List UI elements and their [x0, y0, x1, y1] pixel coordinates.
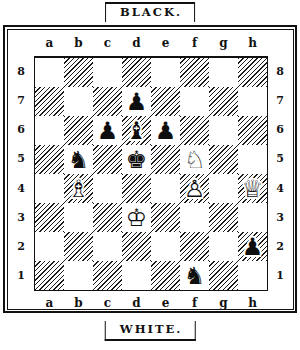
- square-d4[interactable]: [122, 174, 151, 203]
- piece-white-pawn[interactable]: ♟♙: [180, 174, 209, 203]
- square-c2[interactable]: [93, 232, 122, 261]
- rank-label-8-left: 8: [10, 57, 32, 86]
- piece-black-king[interactable]: ♚♚: [122, 145, 151, 174]
- square-f7[interactable]: [180, 87, 209, 116]
- square-e6[interactable]: ♟♟: [151, 116, 180, 145]
- square-g3[interactable]: [209, 203, 238, 232]
- square-b6[interactable]: [64, 116, 93, 145]
- square-c5[interactable]: [93, 145, 122, 174]
- square-b8[interactable]: [64, 58, 93, 87]
- square-h5[interactable]: [238, 145, 267, 174]
- chess-diagram-page: BLACK. abcdefgh 87654321 ♟♟♟♟♝♝♟♟♞♞♚♚♞♘♝…: [0, 0, 300, 350]
- rank-label-1-right: 1: [269, 261, 291, 290]
- piece-black-knight[interactable]: ♞♞: [64, 145, 93, 174]
- rank-label-1-left: 1: [10, 261, 32, 290]
- file-label-g-bottom: g: [209, 293, 238, 313]
- piece-glyph: ♝: [122, 116, 151, 145]
- piece-glyph: ♙: [180, 174, 209, 203]
- square-a3[interactable]: [35, 203, 64, 232]
- square-e5[interactable]: [151, 145, 180, 174]
- square-c1[interactable]: [93, 261, 122, 290]
- piece-glyph: ♔: [122, 203, 151, 232]
- rank-labels-left: 87654321: [10, 57, 32, 290]
- square-a2[interactable]: [35, 232, 64, 261]
- square-d1[interactable]: [122, 261, 151, 290]
- piece-black-pawn[interactable]: ♟♟: [122, 87, 151, 116]
- black-side-label-text: BLACK.: [120, 5, 182, 19]
- square-g1[interactable]: [209, 261, 238, 290]
- square-f5[interactable]: ♞♘: [180, 145, 209, 174]
- piece-black-bishop[interactable]: ♝♝: [122, 116, 151, 145]
- square-b1[interactable]: [64, 261, 93, 290]
- piece-glyph: ♟: [238, 232, 267, 261]
- piece-white-bishop[interactable]: ♝♗: [64, 174, 93, 203]
- rank-labels-right: 87654321: [269, 57, 291, 290]
- rank-label-3-right: 3: [269, 203, 291, 232]
- piece-glyph: ♕: [238, 174, 267, 203]
- square-c3[interactable]: [93, 203, 122, 232]
- file-label-b-bottom: b: [64, 293, 93, 313]
- piece-glyph: ♚: [122, 145, 151, 174]
- rank-label-8-right: 8: [269, 57, 291, 86]
- rank-label-6-right: 6: [269, 115, 291, 144]
- file-label-e-top: e: [151, 33, 180, 53]
- file-label-d-top: d: [122, 33, 151, 53]
- square-e7[interactable]: [151, 87, 180, 116]
- square-a8[interactable]: [35, 58, 64, 87]
- file-labels-bottom: abcdefgh: [35, 293, 267, 313]
- piece-glyph: ♟: [122, 87, 151, 116]
- square-d6[interactable]: ♝♝: [122, 116, 151, 145]
- square-f1[interactable]: ♞♞: [180, 261, 209, 290]
- square-e2[interactable]: [151, 232, 180, 261]
- square-f8[interactable]: [180, 58, 209, 87]
- square-a5[interactable]: [35, 145, 64, 174]
- rank-label-7-left: 7: [10, 86, 32, 115]
- rank-label-2-right: 2: [269, 232, 291, 261]
- file-labels-top: abcdefgh: [35, 33, 267, 53]
- square-h7[interactable]: [238, 87, 267, 116]
- square-f3[interactable]: [180, 203, 209, 232]
- piece-black-knight[interactable]: ♞♞: [180, 261, 209, 290]
- square-c4[interactable]: [93, 174, 122, 203]
- file-label-h-top: h: [238, 33, 267, 53]
- rank-label-5-left: 5: [10, 144, 32, 173]
- square-d2[interactable]: [122, 232, 151, 261]
- square-e1[interactable]: [151, 261, 180, 290]
- square-e3[interactable]: [151, 203, 180, 232]
- square-g8[interactable]: [209, 58, 238, 87]
- piece-glyph: ♘: [180, 145, 209, 174]
- square-a7[interactable]: [35, 87, 64, 116]
- rank-label-4-left: 4: [10, 174, 32, 203]
- square-b5[interactable]: ♞♞: [64, 145, 93, 174]
- piece-white-king[interactable]: ♚♔: [122, 203, 151, 232]
- square-h1[interactable]: [238, 261, 267, 290]
- square-h2[interactable]: ♟♟: [238, 232, 267, 261]
- file-label-c-top: c: [93, 33, 122, 53]
- square-d3[interactable]: ♚♔: [122, 203, 151, 232]
- square-f2[interactable]: [180, 232, 209, 261]
- square-b3[interactable]: [64, 203, 93, 232]
- rank-label-6-left: 6: [10, 115, 32, 144]
- file-label-g-top: g: [209, 33, 238, 53]
- file-label-a-top: a: [35, 33, 64, 53]
- piece-glyph: ♟: [93, 116, 122, 145]
- square-c8[interactable]: [93, 58, 122, 87]
- white-side-label: WHITE.: [105, 321, 196, 341]
- file-label-f-bottom: f: [180, 293, 209, 313]
- piece-glyph: ♞: [64, 145, 93, 174]
- square-d7[interactable]: ♟♟: [122, 87, 151, 116]
- square-h6[interactable]: [238, 116, 267, 145]
- file-label-b-top: b: [64, 33, 93, 53]
- rank-label-2-left: 2: [10, 232, 32, 261]
- rank-label-3-left: 3: [10, 203, 32, 232]
- square-e8[interactable]: [151, 58, 180, 87]
- square-g4[interactable]: [209, 174, 238, 203]
- file-label-e-bottom: e: [151, 293, 180, 313]
- chess-board: ♟♟♟♟♝♝♟♟♞♞♚♚♞♘♝♗♟♙♛♕♚♔♟♟♞♞: [34, 56, 268, 291]
- rank-label-7-right: 7: [269, 86, 291, 115]
- piece-black-pawn[interactable]: ♟♟: [151, 116, 180, 145]
- piece-glyph: ♟: [151, 116, 180, 145]
- piece-black-pawn[interactable]: ♟♟: [238, 232, 267, 261]
- square-g2[interactable]: [209, 232, 238, 261]
- square-h4[interactable]: ♛♕: [238, 174, 267, 203]
- piece-black-pawn[interactable]: ♟♟: [93, 116, 122, 145]
- square-b2[interactable]: [64, 232, 93, 261]
- square-e4[interactable]: [151, 174, 180, 203]
- square-g5[interactable]: [209, 145, 238, 174]
- square-a6[interactable]: [35, 116, 64, 145]
- piece-glyph: ♗: [64, 174, 93, 203]
- square-g7[interactable]: [209, 87, 238, 116]
- square-d8[interactable]: [122, 58, 151, 87]
- black-side-label: BLACK.: [105, 2, 195, 22]
- rank-label-4-right: 4: [269, 174, 291, 203]
- square-c7[interactable]: [93, 87, 122, 116]
- square-a4[interactable]: [35, 174, 64, 203]
- square-b7[interactable]: [64, 87, 93, 116]
- piece-white-queen[interactable]: ♛♕: [238, 174, 267, 203]
- square-f6[interactable]: [180, 116, 209, 145]
- file-label-f-top: f: [180, 33, 209, 53]
- piece-white-knight[interactable]: ♞♘: [180, 145, 209, 174]
- file-label-a-bottom: a: [35, 293, 64, 313]
- square-c6[interactable]: ♟♟: [93, 116, 122, 145]
- white-side-label-text: WHITE.: [120, 322, 183, 336]
- square-g6[interactable]: [209, 116, 238, 145]
- file-label-h-bottom: h: [238, 293, 267, 313]
- square-b4[interactable]: ♝♗: [64, 174, 93, 203]
- file-label-d-bottom: d: [122, 293, 151, 313]
- rank-label-5-right: 5: [269, 144, 291, 173]
- square-f4[interactable]: ♟♙: [180, 174, 209, 203]
- piece-glyph: ♞: [180, 261, 209, 290]
- square-d5[interactable]: ♚♚: [122, 145, 151, 174]
- file-label-c-bottom: c: [93, 293, 122, 313]
- square-h3[interactable]: [238, 203, 267, 232]
- square-h8[interactable]: [238, 58, 267, 87]
- square-a1[interactable]: [35, 261, 64, 290]
